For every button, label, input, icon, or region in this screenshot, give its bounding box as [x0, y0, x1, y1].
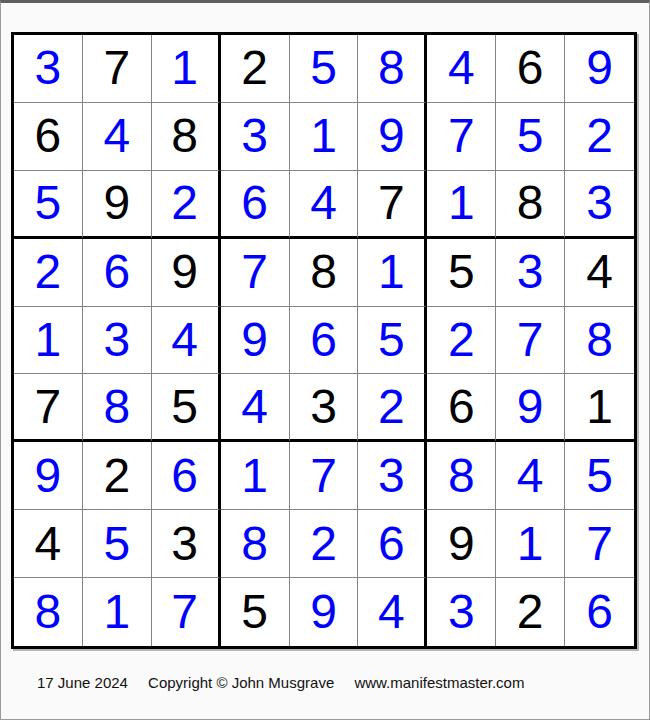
cell-r4c4: 7 — [221, 239, 290, 307]
cell-r5c8: 7 — [496, 307, 565, 375]
cell-r9c9: 6 — [565, 578, 634, 646]
cell-r1c5: 5 — [290, 35, 359, 103]
cell-r1c8: 6 — [496, 35, 565, 103]
cell-r8c4: 8 — [221, 510, 290, 578]
cell-r9c1: 8 — [14, 578, 83, 646]
cell-r9c7: 3 — [427, 578, 496, 646]
cell-r5c1: 1 — [14, 307, 83, 375]
cell-r9c5: 9 — [290, 578, 359, 646]
cell-r1c3: 1 — [152, 35, 221, 103]
cell-r2c3: 8 — [152, 103, 221, 171]
cell-r2c5: 1 — [290, 103, 359, 171]
cell-r5c5: 6 — [290, 307, 359, 375]
cell-r6c4: 4 — [221, 374, 290, 442]
cell-r8c5: 2 — [290, 510, 359, 578]
cell-r3c2: 9 — [83, 171, 152, 239]
cell-r3c5: 4 — [290, 171, 359, 239]
cell-r1c7: 4 — [427, 35, 496, 103]
cell-r9c3: 7 — [152, 578, 221, 646]
cell-r7c6: 3 — [358, 442, 427, 510]
cell-r6c3: 5 — [152, 374, 221, 442]
footer-website: www.manifestmaster.com — [354, 674, 524, 691]
cell-r8c6: 6 — [358, 510, 427, 578]
cell-r3c1: 5 — [14, 171, 83, 239]
cell-r6c5: 3 — [290, 374, 359, 442]
cell-r4c2: 6 — [83, 239, 152, 307]
cell-r7c7: 8 — [427, 442, 496, 510]
cell-r4c7: 5 — [427, 239, 496, 307]
cell-r8c3: 3 — [152, 510, 221, 578]
cell-r2c4: 3 — [221, 103, 290, 171]
cell-r6c6: 2 — [358, 374, 427, 442]
cell-r8c1: 4 — [14, 510, 83, 578]
cell-r9c4: 5 — [221, 578, 290, 646]
cell-r6c9: 1 — [565, 374, 634, 442]
cell-r9c8: 2 — [496, 578, 565, 646]
cell-r1c9: 9 — [565, 35, 634, 103]
footer-date: 17 June 2024 — [37, 674, 128, 691]
cell-r2c1: 6 — [14, 103, 83, 171]
cell-r6c1: 7 — [14, 374, 83, 442]
cell-r2c6: 9 — [358, 103, 427, 171]
cell-r8c8: 1 — [496, 510, 565, 578]
cell-r4c5: 8 — [290, 239, 359, 307]
cell-r2c2: 4 — [83, 103, 152, 171]
cell-r3c3: 2 — [152, 171, 221, 239]
cell-r1c4: 2 — [221, 35, 290, 103]
cell-r7c3: 6 — [152, 442, 221, 510]
cell-r7c9: 5 — [565, 442, 634, 510]
footer-copyright: Copyright © John Musgrave — [148, 674, 334, 691]
cell-r8c9: 7 — [565, 510, 634, 578]
cell-r2c9: 2 — [565, 103, 634, 171]
cell-r5c7: 2 — [427, 307, 496, 375]
cell-r7c4: 1 — [221, 442, 290, 510]
cell-r3c4: 6 — [221, 171, 290, 239]
cell-r6c8: 9 — [496, 374, 565, 442]
cell-r1c1: 3 — [14, 35, 83, 103]
cell-r4c6: 1 — [358, 239, 427, 307]
cell-r6c7: 6 — [427, 374, 496, 442]
sudoku-page: 3712584696483197525926471832697815341349… — [0, 0, 650, 720]
cell-r3c8: 8 — [496, 171, 565, 239]
cell-r7c8: 4 — [496, 442, 565, 510]
cell-r9c2: 1 — [83, 578, 152, 646]
cell-r5c6: 5 — [358, 307, 427, 375]
cell-r1c2: 7 — [83, 35, 152, 103]
cell-r4c9: 4 — [565, 239, 634, 307]
cell-r8c7: 9 — [427, 510, 496, 578]
cell-r5c9: 8 — [565, 307, 634, 375]
cell-r7c5: 7 — [290, 442, 359, 510]
footer: 17 June 2024 Copyright © John Musgrave w… — [37, 674, 524, 691]
cell-r7c1: 9 — [14, 442, 83, 510]
cell-r5c2: 3 — [83, 307, 152, 375]
sudoku-board: 3712584696483197525926471832697815341349… — [11, 32, 637, 649]
cell-r4c3: 9 — [152, 239, 221, 307]
cell-r9c6: 4 — [358, 578, 427, 646]
cell-r3c7: 1 — [427, 171, 496, 239]
cell-r5c4: 9 — [221, 307, 290, 375]
cell-r3c9: 3 — [565, 171, 634, 239]
cell-r1c6: 8 — [358, 35, 427, 103]
cell-r5c3: 4 — [152, 307, 221, 375]
cell-r4c8: 3 — [496, 239, 565, 307]
cell-r2c8: 5 — [496, 103, 565, 171]
cell-r8c2: 5 — [83, 510, 152, 578]
cell-r2c7: 7 — [427, 103, 496, 171]
cell-r6c2: 8 — [83, 374, 152, 442]
cell-r4c1: 2 — [14, 239, 83, 307]
cell-r7c2: 2 — [83, 442, 152, 510]
cell-r3c6: 7 — [358, 171, 427, 239]
